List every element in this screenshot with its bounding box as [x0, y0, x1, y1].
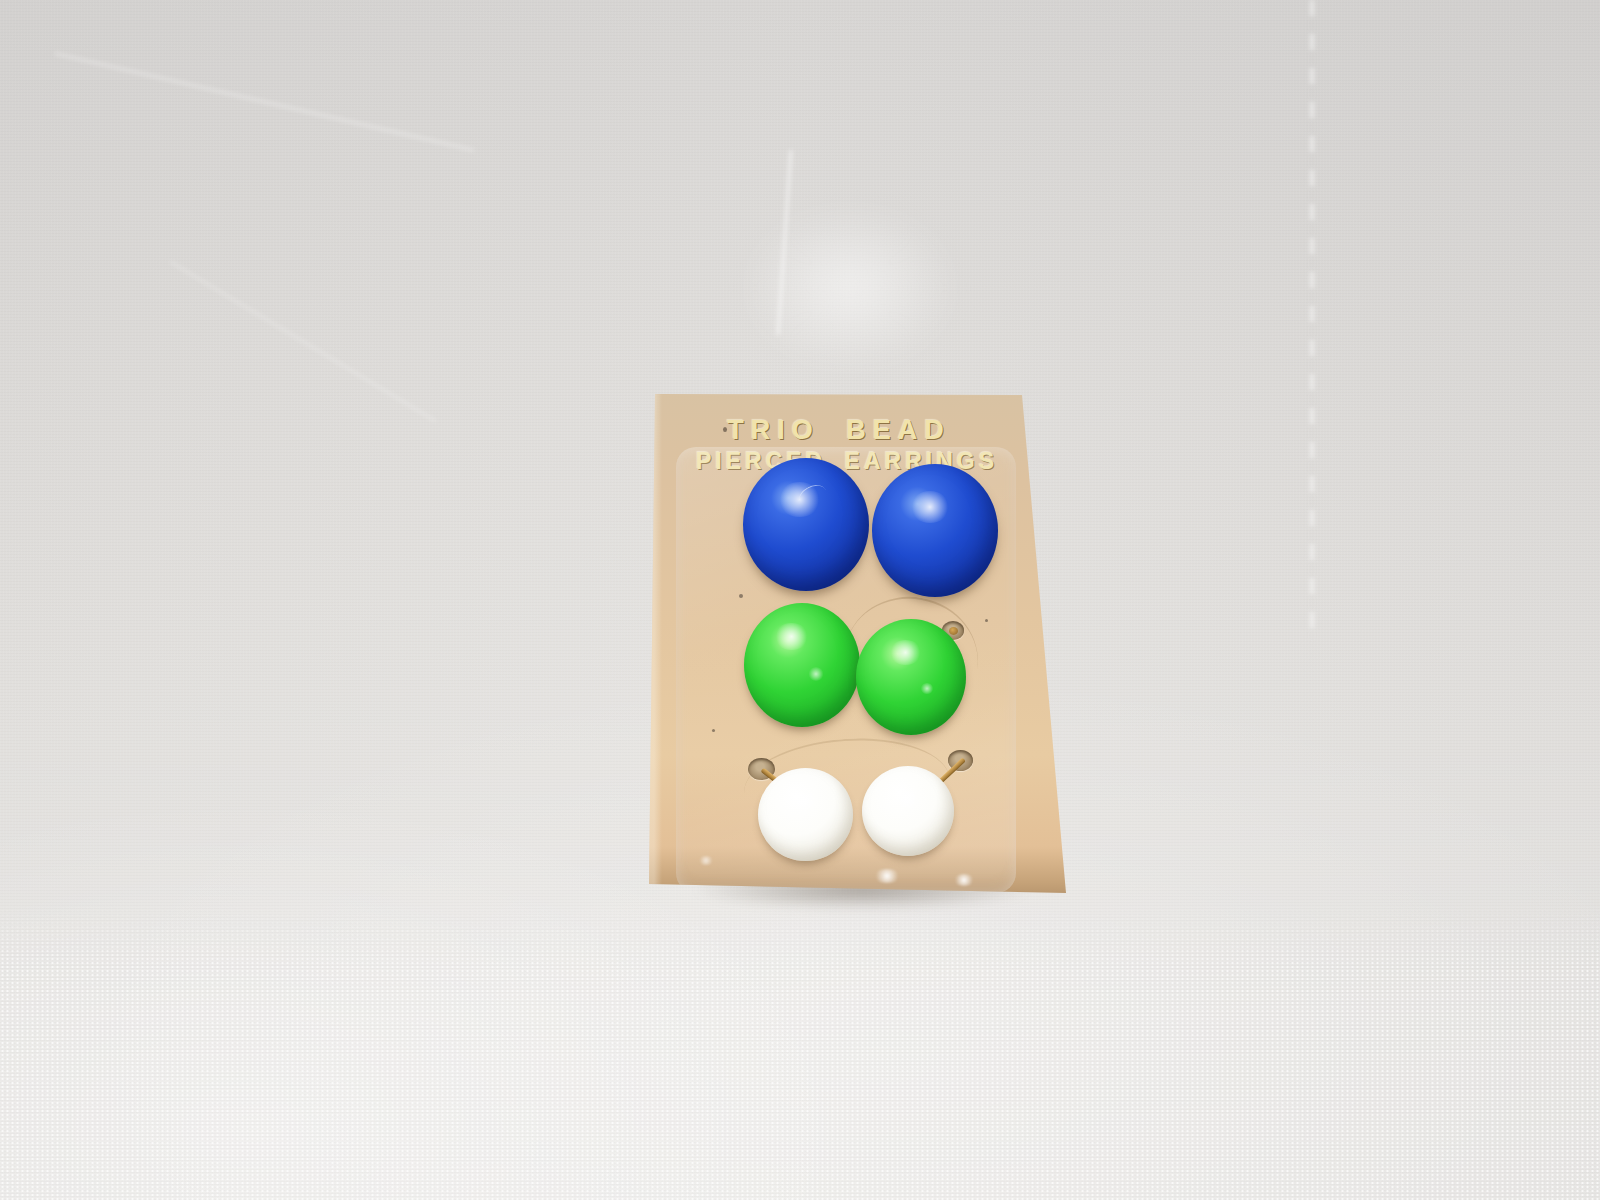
bead-white-left — [758, 768, 853, 861]
bead-blue-left — [743, 458, 869, 591]
card-speck — [723, 427, 727, 432]
earring-card: TRIO BEAD PIERCED EARRINGS — [648, 391, 1066, 897]
clear-plastic-sheen — [695, 168, 1005, 408]
fabric-dot-texture — [0, 905, 1600, 1200]
gold-pin-tip — [949, 627, 959, 636]
fabric-crease-right — [1310, 0, 1314, 640]
blister-glint — [953, 874, 975, 886]
bead-blue-right — [872, 464, 998, 597]
bead-green-left — [744, 603, 860, 727]
scene: TRIO BEAD PIERCED EARRINGS — [0, 0, 1600, 1200]
blister-glint — [698, 856, 714, 865]
blister-glint — [873, 869, 901, 883]
bead-white-right — [862, 766, 954, 856]
bead-green-right — [856, 619, 966, 735]
card-brand-text: TRIO BEAD — [658, 415, 1020, 446]
